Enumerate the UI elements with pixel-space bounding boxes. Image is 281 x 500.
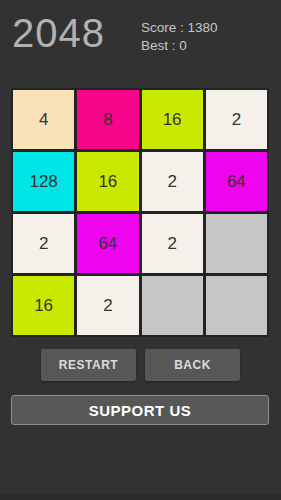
empty-cell	[142, 276, 203, 335]
page-title: 2048	[12, 8, 105, 58]
tile-2: 2	[206, 90, 267, 149]
tile-16: 16	[13, 276, 74, 335]
tile-2: 2	[13, 214, 74, 273]
tile-2: 2	[77, 276, 138, 335]
bottom-strip	[0, 494, 281, 500]
tile-8: 8	[77, 90, 138, 149]
tile-2: 2	[142, 214, 203, 273]
tile-4: 4	[13, 90, 74, 149]
score-value: Score : 1380	[141, 19, 218, 37]
best-value: Best : 0	[141, 37, 218, 55]
empty-cell	[206, 214, 267, 273]
back-button[interactable]: BACK	[145, 349, 240, 381]
tile-2: 2	[142, 152, 203, 211]
restart-button[interactable]: RESTART	[41, 349, 136, 381]
support-us-button[interactable]: SUPPORT US	[11, 395, 269, 425]
empty-cell	[206, 276, 267, 335]
tile-16: 16	[77, 152, 138, 211]
tile-64: 64	[77, 214, 138, 273]
board[interactable]: 48162128162642642162	[11, 88, 269, 337]
score-panel: Score : 1380 Best : 0	[141, 19, 218, 54]
button-row: RESTART BACK	[0, 349, 281, 381]
tile-16: 16	[142, 90, 203, 149]
tile-64: 64	[206, 152, 267, 211]
tile-128: 128	[13, 152, 74, 211]
